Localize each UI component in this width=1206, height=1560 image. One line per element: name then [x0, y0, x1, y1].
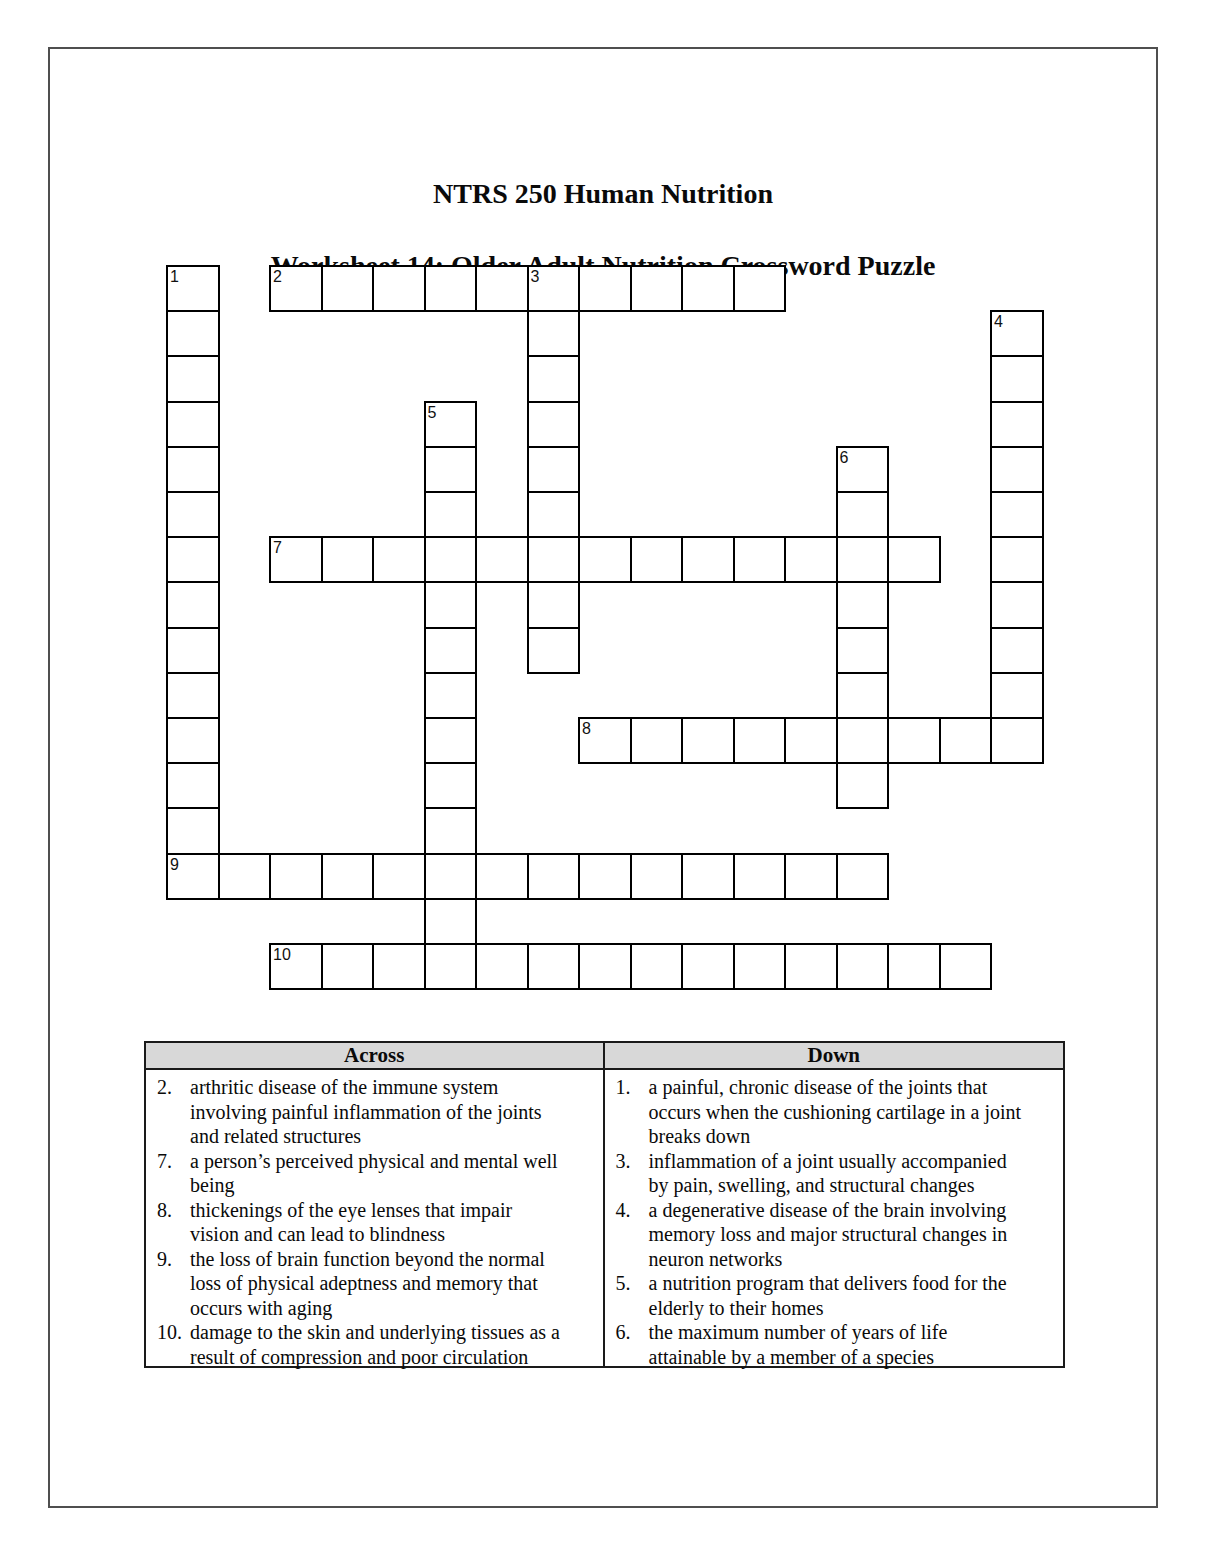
clue-table-body: 2. arthritic disease of the immune syste… [146, 1070, 1063, 1368]
grid-cell-r15c3[interactable] [321, 943, 375, 990]
clue-number: 2. [157, 1075, 172, 1100]
grid-cell-r15c14[interactable] [887, 943, 941, 990]
cell-number-7: 7 [273, 539, 282, 556]
grid-cell-r15c9[interactable] [630, 943, 684, 990]
grid-cell-r10c5[interactable] [424, 717, 478, 764]
grid-cell-r7c16[interactable] [990, 581, 1044, 628]
page-title-line1: NTRS 250 Human Nutrition [50, 176, 1156, 212]
grid-cell-r6c14[interactable] [887, 536, 941, 583]
grid-cell-r5c0[interactable] [166, 491, 220, 538]
grid-cell-r13c8[interactable] [578, 853, 632, 900]
clue-down-1: 1. a painful, chronic disease of the joi… [605, 1075, 1052, 1149]
clue-across-10: 10. damage to the skin and underlying ti… [146, 1320, 591, 1369]
grid-cell-r13c11[interactable] [733, 853, 787, 900]
clue-text: damage to the skin and underlying tissue… [190, 1321, 560, 1368]
clue-across-2: 2. arthritic disease of the immune syste… [146, 1075, 591, 1149]
grid-cell-r11c13[interactable] [836, 762, 890, 809]
grid-cell-r15c12[interactable] [784, 943, 838, 990]
clue-number: 5. [616, 1271, 631, 1296]
cell-number-10: 10 [273, 946, 291, 963]
grid-cell-r4c16[interactable] [990, 446, 1044, 493]
grid-cell-r6c7[interactable] [527, 536, 581, 583]
grid-cell-r8c5[interactable] [424, 627, 478, 674]
grid-cell-r13c2[interactable] [269, 853, 323, 900]
grid-cell-r11c5[interactable] [424, 762, 478, 809]
grid-cell-r9c13[interactable] [836, 672, 890, 719]
clue-down-3: 3. inflammation of a joint usually accom… [605, 1149, 1052, 1198]
grid-cell-r10c13[interactable] [836, 717, 890, 764]
cell-number-9: 9 [170, 856, 179, 873]
cell-number-3: 3 [531, 268, 540, 285]
grid-cell-r15c5[interactable] [424, 943, 478, 990]
grid-cell-r6c8[interactable] [578, 536, 632, 583]
clue-number: 3. [616, 1149, 631, 1174]
down-clues: 1. a painful, chronic disease of the joi… [605, 1070, 1064, 1368]
grid-cell-r5c13[interactable] [836, 491, 890, 538]
grid-cell-r2c0[interactable] [166, 355, 220, 402]
grid-cell-r15c7[interactable] [527, 943, 581, 990]
grid-cell-r10c15[interactable] [939, 717, 993, 764]
grid-cell-r13c13[interactable] [836, 853, 890, 900]
grid-cell-r7c13[interactable] [836, 581, 890, 628]
grid-cell-r13c7[interactable] [527, 853, 581, 900]
grid-cell-r9c5[interactable] [424, 672, 478, 719]
grid-cell-r15c8[interactable] [578, 943, 632, 990]
grid-cell-r13c10[interactable] [681, 853, 735, 900]
grid-cell-r6c11[interactable] [733, 536, 787, 583]
grid-cell-r15c11[interactable] [733, 943, 787, 990]
grid-cell-r13c9[interactable] [630, 853, 684, 900]
grid-cell-r10c9[interactable] [630, 717, 684, 764]
cell-number-4: 4 [994, 313, 1003, 330]
grid-cell-r0c10[interactable] [681, 265, 735, 312]
across-header: Across [146, 1043, 605, 1068]
clue-number: 10. [157, 1320, 182, 1345]
clue-text: a nutrition program that delivers food f… [649, 1272, 1007, 1319]
grid-cell-r10c16[interactable] [990, 717, 1044, 764]
grid-cell-r4c0[interactable] [166, 446, 220, 493]
grid-cell-r3c0[interactable] [166, 401, 220, 448]
across-clues: 2. arthritic disease of the immune syste… [146, 1070, 605, 1368]
clue-text: inflammation of a joint usually accompan… [649, 1150, 1007, 1197]
grid-cell-r15c13[interactable] [836, 943, 890, 990]
cell-number-1: 1 [170, 268, 179, 285]
clue-text: the loss of brain function beyond the no… [190, 1248, 545, 1319]
clue-text: a person’s perceived physical and mental… [190, 1150, 558, 1197]
grid-cell-r6c12[interactable] [784, 536, 838, 583]
grid-cell-r2c16[interactable] [990, 355, 1044, 402]
grid-cell-r8c13[interactable] [836, 627, 890, 674]
cell-number-5: 5 [428, 404, 437, 421]
grid-cell-r6c16[interactable] [990, 536, 1044, 583]
crossword-grid: 12345678910 [166, 265, 1044, 991]
grid-cell-r14c5[interactable] [424, 898, 478, 945]
grid-cell-r0c11[interactable] [733, 265, 787, 312]
clue-text: arthritic disease of the immune system i… [190, 1076, 542, 1147]
cell-number-8: 8 [582, 720, 591, 737]
grid-cell-r3c7[interactable] [527, 401, 581, 448]
grid-cell-r6c6[interactable] [475, 536, 529, 583]
grid-cell-r6c4[interactable] [372, 536, 426, 583]
grid-cell-r8c7[interactable] [527, 627, 581, 674]
clue-down-6: 6. the maximum number of years of life a… [605, 1320, 1052, 1369]
grid-cell-r6c10[interactable] [681, 536, 735, 583]
clue-table-header: Across Down [146, 1043, 1063, 1070]
clue-text: thickenings of the eye lenses that impai… [190, 1199, 512, 1246]
grid-cell-r5c7[interactable] [527, 491, 581, 538]
clue-down-5: 5. a nutrition program that delivers foo… [605, 1271, 1052, 1320]
clue-number: 7. [157, 1149, 172, 1174]
grid-cell-r13c4[interactable] [372, 853, 426, 900]
clue-number: 6. [616, 1320, 631, 1345]
grid-cell-r0c4[interactable] [372, 265, 426, 312]
clue-number: 1. [616, 1075, 631, 1100]
grid-cell-r4c7[interactable] [527, 446, 581, 493]
grid-cell-r9c0[interactable] [166, 672, 220, 719]
clue-across-7: 7. a person’s perceived physical and men… [146, 1149, 591, 1198]
grid-cell-r13c5[interactable] [424, 853, 478, 900]
grid-cell-r5c5[interactable] [424, 491, 478, 538]
cell-number-6: 6 [840, 449, 849, 466]
grid-cell-r13c12[interactable] [784, 853, 838, 900]
grid-cell-r4c5[interactable] [424, 446, 478, 493]
clue-number: 8. [157, 1198, 172, 1223]
grid-cell-r10c10[interactable] [681, 717, 735, 764]
grid-cell-r8c16[interactable] [990, 627, 1044, 674]
grid-cell-r6c3[interactable] [321, 536, 375, 583]
grid-cell-r8c0[interactable] [166, 627, 220, 674]
grid-cell-r10c12[interactable] [784, 717, 838, 764]
grid-cell-r13c3[interactable] [321, 853, 375, 900]
grid-cell-r15c10[interactable] [681, 943, 735, 990]
clue-across-9: 9. the loss of brain function beyond the… [146, 1247, 591, 1321]
grid-cell-r15c15[interactable] [939, 943, 993, 990]
grid-cell-r10c0[interactable] [166, 717, 220, 764]
clue-number: 9. [157, 1247, 172, 1272]
grid-cell-r9c16[interactable] [990, 672, 1044, 719]
grid-cell-r2c7[interactable] [527, 355, 581, 402]
grid-cell-r6c13[interactable] [836, 536, 890, 583]
grid-cell-r7c5[interactable] [424, 581, 478, 628]
grid-cell-r3c16[interactable] [990, 401, 1044, 448]
clue-number: 4. [616, 1198, 631, 1223]
grid-cell-r0c3[interactable] [321, 265, 375, 312]
grid-cell-r15c6[interactable] [475, 943, 529, 990]
grid-cell-r6c5[interactable] [424, 536, 478, 583]
grid-cell-r13c1[interactable] [218, 853, 272, 900]
down-header: Down [605, 1043, 1064, 1068]
worksheet-page: NTRS 250 Human Nutrition Worksheet 14: O… [48, 47, 1158, 1508]
clue-across-8: 8. thickenings of the eye lenses that im… [146, 1198, 591, 1247]
grid-cell-r13c6[interactable] [475, 853, 529, 900]
grid-cell-r7c7[interactable] [527, 581, 581, 628]
grid-cell-r1c0[interactable] [166, 310, 220, 357]
grid-cell-r0c6[interactable] [475, 265, 529, 312]
grid-cell-r0c9[interactable] [630, 265, 684, 312]
grid-cell-r12c5[interactable] [424, 807, 478, 854]
grid-cell-r5c16[interactable] [990, 491, 1044, 538]
clue-text: a painful, chronic disease of the joints… [649, 1076, 1022, 1147]
grid-cell-r11c0[interactable] [166, 762, 220, 809]
clue-text: the maximum number of years of life atta… [649, 1321, 948, 1368]
grid-cell-r6c0[interactable] [166, 536, 220, 583]
cell-number-2: 2 [273, 268, 282, 285]
clue-down-4: 4. a degenerative disease of the brain i… [605, 1198, 1052, 1272]
grid-cell-r6c9[interactable] [630, 536, 684, 583]
grid-cell-r10c11[interactable] [733, 717, 787, 764]
grid-cell-r12c0[interactable] [166, 807, 220, 854]
grid-cell-r0c5[interactable] [424, 265, 478, 312]
grid-cell-r1c7[interactable] [527, 310, 581, 357]
grid-cell-r10c14[interactable] [887, 717, 941, 764]
grid-cell-r0c8[interactable] [578, 265, 632, 312]
clue-text: a degenerative disease of the brain invo… [649, 1199, 1008, 1270]
clue-table: Across Down 2. arthritic disease of the … [144, 1041, 1065, 1368]
grid-cell-r15c4[interactable] [372, 943, 426, 990]
grid-cell-r7c0[interactable] [166, 581, 220, 628]
